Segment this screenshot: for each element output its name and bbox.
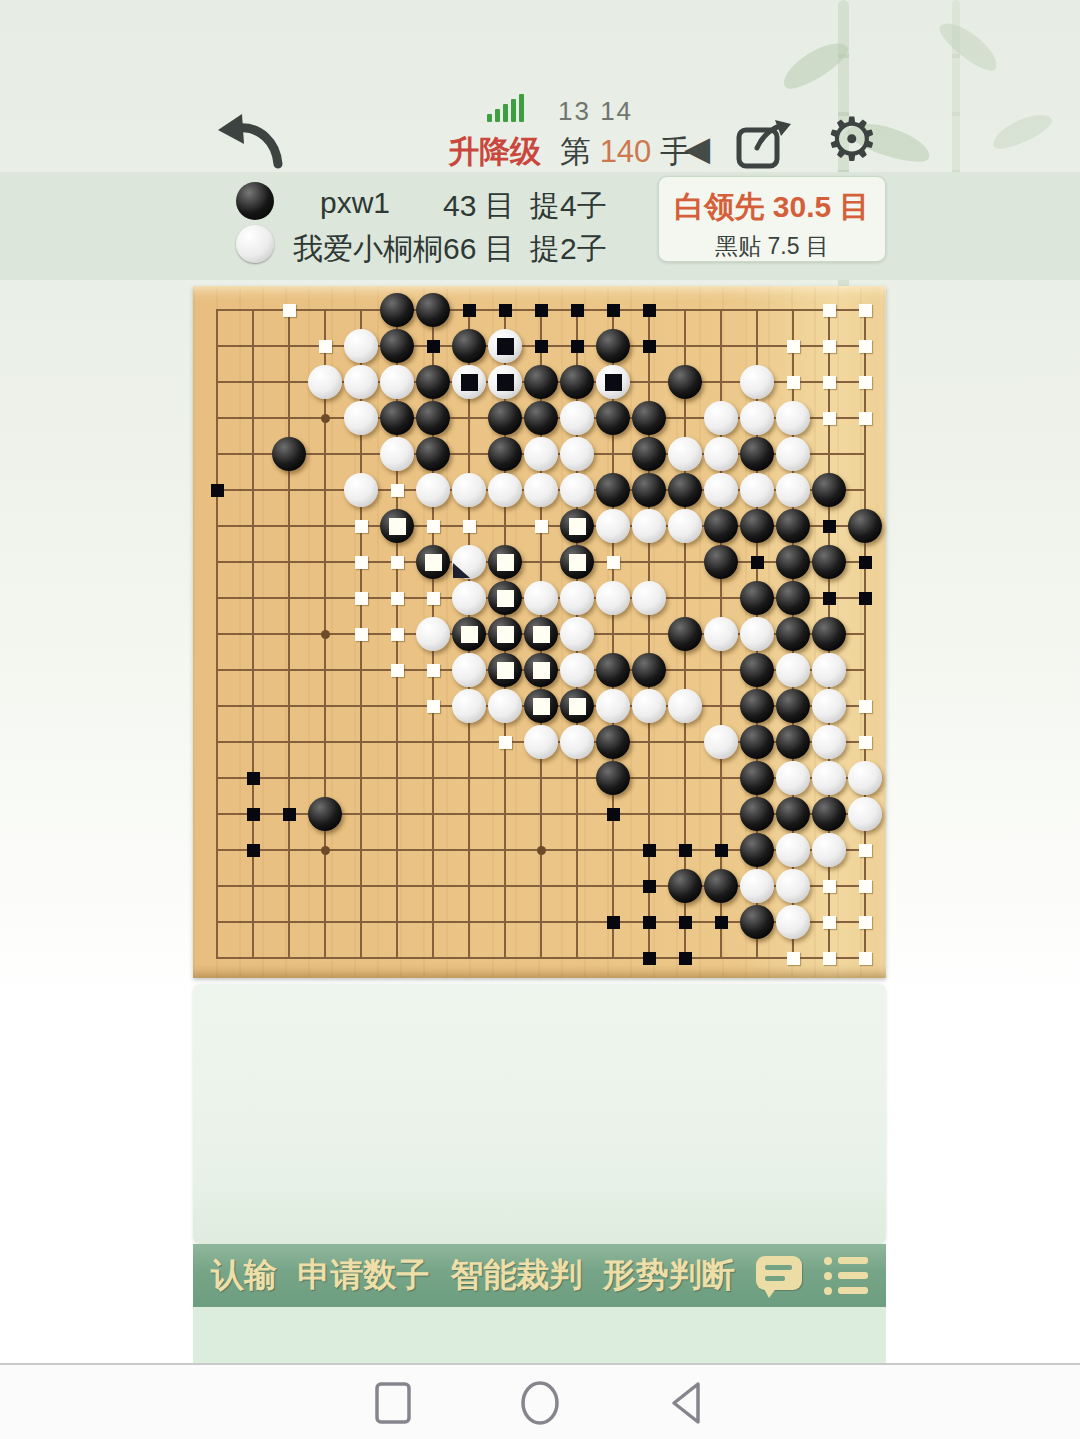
black-stone [416,293,450,327]
white-stone [344,365,378,399]
white-stone [704,473,738,507]
black-stone [776,725,810,759]
black-stone [704,869,738,903]
white-stone [848,797,882,831]
white-stone [632,689,666,723]
ai-referee-button[interactable]: 智能裁判 [450,1253,582,1298]
white-stone [380,365,414,399]
white-stone [776,653,810,687]
white-stone [560,725,594,759]
estimate-box: 白领先 30.5 目 黑贴 7.5 目 [658,176,886,262]
black-stone [812,797,846,831]
black-territory-marker [607,304,620,317]
white-stone [416,473,450,507]
white-stone [812,653,846,687]
recents-square-icon[interactable] [370,1379,418,1427]
dead-black-marker [497,662,514,679]
black-stone [596,725,630,759]
lower-panel [193,984,886,1244]
white-territory-marker [823,916,836,929]
grid-line [216,957,866,959]
black-stone [488,401,522,435]
bottom-strip [193,1307,886,1363]
white-stone [740,473,774,507]
black-territory-marker [535,340,548,353]
dead-black-marker [569,518,586,535]
white-stone [704,437,738,471]
star-point [321,414,330,423]
black-territory-marker [643,880,656,893]
white-stone [452,653,486,687]
white-territory-marker [463,520,476,533]
white-stone [740,401,774,435]
white-territory-marker [823,340,836,353]
black-stone [380,401,414,435]
estimate-komi: 黑贴 7.5 目 [659,231,885,262]
white-player-score: 66 目 [443,229,515,270]
white-territory-marker [319,340,332,353]
star-point [321,846,330,855]
chat-button[interactable] [755,1254,803,1298]
bottom-toolbar: 认输 申请数子 智能裁判 形势判断 [193,1244,886,1307]
black-territory-marker [643,952,656,965]
white-stone [524,437,558,471]
black-territory-marker [859,592,872,605]
white-territory-marker [391,556,404,569]
black-territory-marker [715,916,728,929]
white-territory-marker [283,304,296,317]
black-territory-marker [427,340,440,353]
black-stone [380,329,414,363]
white-territory-marker [427,592,440,605]
white-territory-marker [391,592,404,605]
white-stone [776,905,810,939]
white-stone [416,617,450,651]
dead-black-marker [533,626,550,643]
black-stone [596,329,630,363]
back-button[interactable] [212,108,288,170]
black-stone [524,401,558,435]
white-stone [344,473,378,507]
white-stone [560,401,594,435]
white-territory-marker [607,556,620,569]
white-territory-marker [823,412,836,425]
white-stone [560,437,594,471]
black-stone [416,437,450,471]
white-stone [740,869,774,903]
black-stone [812,617,846,651]
black-stone [596,761,630,795]
white-territory-marker [355,628,368,641]
white-stone [812,833,846,867]
black-stone [812,473,846,507]
black-territory-marker [643,304,656,317]
black-territory-marker [679,844,692,857]
black-stone [668,473,702,507]
black-stone [776,689,810,723]
white-stone [524,473,558,507]
black-stone [704,509,738,543]
white-stone [524,581,558,615]
white-territory-marker [355,520,368,533]
white-territory-marker [859,844,872,857]
white-territory-marker [355,556,368,569]
black-stone [704,545,738,579]
white-stone [704,725,738,759]
black-territory-marker [823,592,836,605]
black-stone [740,437,774,471]
dead-black-marker [497,626,514,643]
white-stone [668,509,702,543]
black-territory-marker [571,340,584,353]
white-stone [560,581,594,615]
dead-black-marker [533,698,550,715]
black-stone [416,401,450,435]
black-stone [776,797,810,831]
white-territory-marker [355,592,368,605]
white-stone [344,329,378,363]
move-counter: 第 140 手 [560,131,691,173]
app-screen: 13 14 升降级 第 140 手 ◀ ⚙ pxw1 43 目 提4子 我爱小桐… [0,0,1080,1439]
black-stone [740,905,774,939]
speech-bubble-icon [756,1256,802,1290]
white-player-captures: 提2子 [530,229,607,270]
white-territory-marker [535,520,548,533]
judge-position-button[interactable]: 形势判断 [603,1253,735,1298]
white-stone [560,653,594,687]
black-stone [740,797,774,831]
black-stone [776,545,810,579]
white-stone [704,617,738,651]
white-stone [344,401,378,435]
white-stone [488,473,522,507]
white-stone [596,509,630,543]
white-stone [776,869,810,903]
black-player-score: 43 目 [443,186,515,227]
star-point [537,846,546,855]
black-territory-marker [643,916,656,929]
black-stone [776,509,810,543]
dead-black-marker [497,590,514,607]
white-territory-marker [427,700,440,713]
android-nav-bar [0,1363,1080,1439]
star-point [321,630,330,639]
white-player-name: 我爱小桐桐 [293,229,443,270]
black-territory-marker [247,772,260,785]
status-time: 13 14 [558,96,633,127]
black-stone-avatar [236,182,274,220]
black-stone [524,365,558,399]
black-territory-marker [715,844,728,857]
game-mode-label: 升降级 [448,131,541,173]
black-player-name: pxw1 [320,186,390,220]
share-box-arrow-icon [735,118,793,170]
white-stone [776,437,810,471]
request-count-button[interactable]: 申请数子 [298,1253,430,1298]
black-stone [812,545,846,579]
white-stone [668,689,702,723]
black-stone [488,437,522,471]
white-stone [776,473,810,507]
black-territory-marker [679,952,692,965]
black-stone [560,365,594,399]
black-stone [668,869,702,903]
dead-black-marker [461,626,478,643]
black-territory-marker [283,808,296,821]
white-stone [596,581,630,615]
black-territory-marker [751,556,764,569]
menu-list-button[interactable] [824,1254,868,1298]
black-territory-marker [463,304,476,317]
black-stone [740,761,774,795]
black-stone [740,509,774,543]
white-stone [812,761,846,795]
white-territory-marker [859,376,872,389]
white-territory-marker [859,952,872,965]
white-stone-avatar [236,225,274,263]
white-stone [812,725,846,759]
black-stone [740,725,774,759]
white-stone [740,617,774,651]
white-stone [704,401,738,435]
black-territory-marker [859,556,872,569]
white-territory-marker [427,520,440,533]
black-territory-marker [607,916,620,929]
white-stone [596,689,630,723]
black-territory-marker [535,304,548,317]
black-stone [668,365,702,399]
dead-black-marker [569,698,586,715]
black-territory-marker [607,808,620,821]
black-stone [740,581,774,615]
black-stone [632,437,666,471]
white-territory-marker [787,376,800,389]
white-stone [776,833,810,867]
white-territory-marker [859,736,872,749]
dead-white-marker [497,338,514,355]
black-stone [632,401,666,435]
dead-black-marker [533,662,550,679]
black-stone [668,617,702,651]
black-stone [776,581,810,615]
dead-white-marker [605,374,622,391]
white-stone [776,401,810,435]
white-territory-marker [499,736,512,749]
white-stone [452,689,486,723]
white-territory-marker [787,952,800,965]
white-stone [488,689,522,723]
go-board[interactable] [193,286,886,978]
black-stone [740,833,774,867]
black-stone [740,689,774,723]
white-stone [524,725,558,759]
white-territory-marker [391,484,404,497]
estimate-leader: 白领先 30.5 目 [659,187,885,228]
white-stone [668,437,702,471]
white-territory-marker [391,628,404,641]
resign-button[interactable]: 认输 [211,1253,277,1298]
white-stone [632,509,666,543]
settings-gear-button[interactable]: ⚙ [822,108,882,172]
black-territory-marker [679,916,692,929]
white-territory-marker [823,304,836,317]
black-territory-marker [643,340,656,353]
dead-white-marker [497,374,514,391]
white-territory-marker [859,916,872,929]
white-territory-marker [391,664,404,677]
white-territory-marker [859,304,872,317]
signal-bars-icon [487,92,531,122]
black-territory-marker [211,484,224,497]
black-territory-marker [823,520,836,533]
white-territory-marker [859,880,872,893]
white-stone [740,365,774,399]
white-territory-marker [787,340,800,353]
black-stone [632,473,666,507]
previous-move-icon[interactable]: ◀ [684,128,710,168]
back-triangle-icon[interactable] [664,1379,712,1427]
dead-black-marker [569,554,586,571]
white-stone [560,473,594,507]
black-stone [632,653,666,687]
black-territory-marker [499,304,512,317]
black-player-captures: 提4子 [530,186,607,227]
share-button[interactable] [735,118,793,170]
black-stone [452,329,486,363]
black-stone [416,365,450,399]
white-territory-marker [823,880,836,893]
white-territory-marker [427,664,440,677]
grid-line [864,309,866,959]
white-stone [452,473,486,507]
white-stone [560,617,594,651]
black-territory-marker [247,844,260,857]
white-stone [776,761,810,795]
white-stone [452,581,486,615]
black-territory-marker [571,304,584,317]
white-stone [812,689,846,723]
black-stone [740,653,774,687]
white-stone [380,437,414,471]
black-stone [596,401,630,435]
dead-black-marker [425,554,442,571]
black-territory-marker [247,808,260,821]
white-territory-marker [823,952,836,965]
white-territory-marker [859,700,872,713]
black-territory-marker [643,844,656,857]
curved-back-arrow-icon [212,108,288,170]
home-circle-icon[interactable] [516,1379,564,1427]
black-stone [776,617,810,651]
white-stone [308,365,342,399]
black-stone [596,653,630,687]
white-territory-marker [823,376,836,389]
black-stone [308,797,342,831]
black-stone [380,293,414,327]
dead-black-marker [497,554,514,571]
black-stone [596,473,630,507]
dead-white-marker [461,374,478,391]
black-stone [848,509,882,543]
white-territory-marker [859,412,872,425]
white-territory-marker [859,340,872,353]
dead-black-marker [389,518,406,535]
white-stone [848,761,882,795]
white-stone [632,581,666,615]
black-stone [272,437,306,471]
